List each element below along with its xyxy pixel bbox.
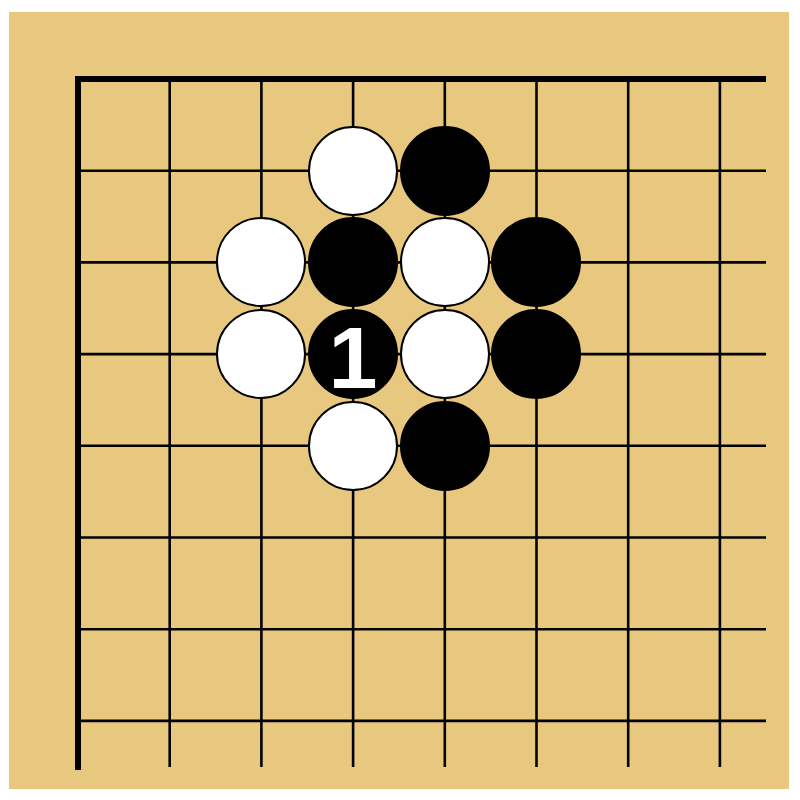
white-stone [308,126,398,216]
board-intersection [399,308,491,400]
white-stone [216,309,306,399]
black-stone [400,126,490,216]
diagram-page: 1 [0,0,800,800]
board-intersection: 1 [307,308,399,400]
black-stone [308,217,398,307]
stones-grid: 1 [32,33,766,767]
white-stone [400,309,490,399]
board-intersection [399,400,491,492]
board-intersection [216,217,308,309]
board-intersection [491,217,583,309]
board-intersection [307,400,399,492]
board-intersection [399,125,491,217]
black-stone [491,309,581,399]
go-board: 1 [9,12,789,789]
board-intersection [216,308,308,400]
black-stone [491,217,581,307]
board-intersection [307,217,399,309]
board-intersection [307,125,399,217]
white-stone [216,217,306,307]
white-stone [400,217,490,307]
move-number-label: 1 [329,314,378,402]
board-intersection [399,217,491,309]
move-1-stone: 1 [308,309,398,399]
black-stone [400,401,490,491]
white-stone [308,401,398,491]
board-intersection [491,308,583,400]
